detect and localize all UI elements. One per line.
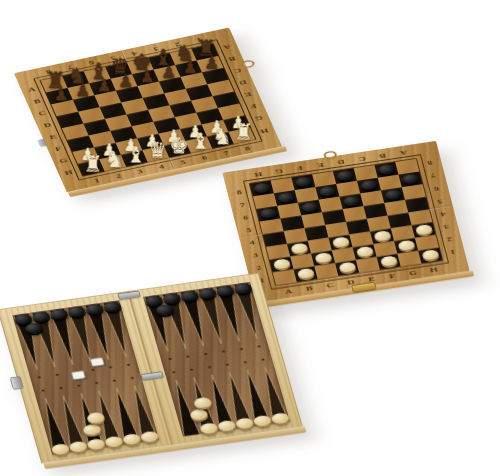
white-rook: ♜ xyxy=(233,121,255,143)
chess-board: 87654321 12345678 ABCDEFGH ABCDEFGH ♜♞♝♛… xyxy=(14,28,282,193)
chess-square-h1: ♜ xyxy=(228,127,255,143)
white-checker xyxy=(355,246,373,258)
black-checker xyxy=(342,195,360,207)
white-checker xyxy=(421,249,439,261)
black-checker xyxy=(277,191,295,203)
black-checker xyxy=(253,182,271,194)
black-checker xyxy=(294,176,312,188)
product-photo: 3-in-1 folding wooden board game set: ch… xyxy=(0,0,500,476)
white-checker xyxy=(296,268,314,280)
black-checker xyxy=(401,173,419,185)
black-checker xyxy=(377,163,395,175)
white-checker xyxy=(331,236,349,248)
black-checker xyxy=(360,179,378,191)
white-checker xyxy=(414,224,432,236)
white-checker xyxy=(338,261,356,273)
black-checker xyxy=(384,189,402,201)
white-checker xyxy=(272,258,290,270)
white-checker xyxy=(379,255,397,267)
backgammon-case xyxy=(0,273,303,464)
white-checker xyxy=(314,252,332,264)
black-checker xyxy=(318,185,336,197)
black-checker xyxy=(259,207,277,219)
white-checker xyxy=(373,230,391,242)
black-checker xyxy=(301,201,319,213)
white-checker xyxy=(397,239,415,251)
backgammon-board xyxy=(0,273,303,464)
black-checker xyxy=(336,169,354,181)
white-checker xyxy=(290,242,308,254)
